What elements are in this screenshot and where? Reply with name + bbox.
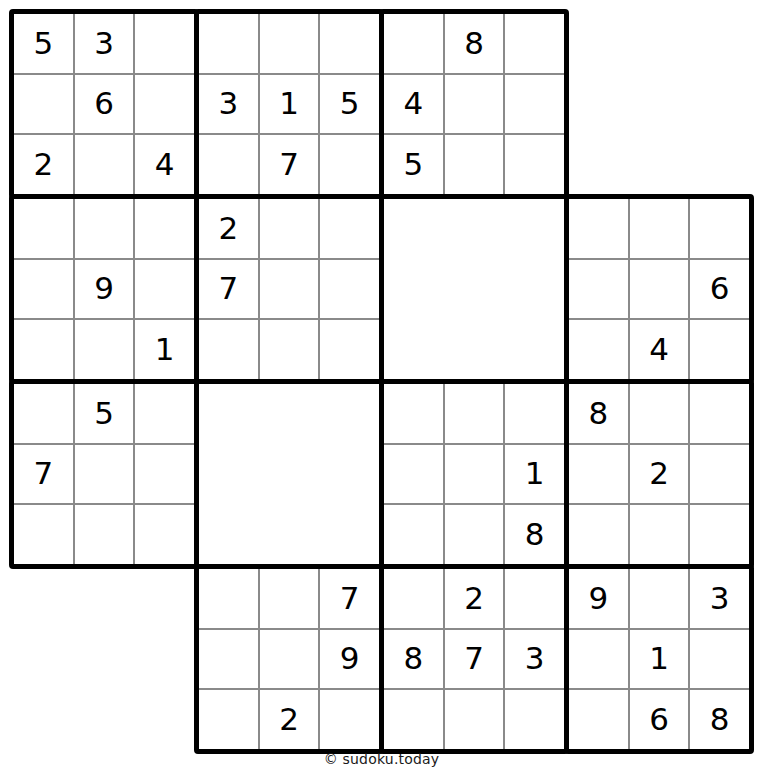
cell-r9c9: 8 <box>505 505 564 564</box>
cell-r12c6[interactable] <box>320 690 379 749</box>
cell-r12c5: 2 <box>260 690 319 749</box>
cell-r11c10[interactable] <box>569 630 628 689</box>
cell-r5c10[interactable] <box>569 260 628 319</box>
cell-r4c10[interactable] <box>569 199 628 258</box>
cell-r1c5[interactable] <box>260 14 319 73</box>
cell-r3c5: 7 <box>260 135 319 194</box>
cell-r7c7[interactable] <box>384 384 443 443</box>
box-r3c1: 57 <box>9 379 199 569</box>
cell-r2c4: 3 <box>199 75 258 134</box>
cell-r6c1[interactable] <box>14 320 73 379</box>
cell-r3c3: 4 <box>135 135 194 194</box>
cell-r10c6: 7 <box>320 569 379 628</box>
cell-r10c5[interactable] <box>260 569 319 628</box>
cell-r7c12[interactable] <box>690 384 749 443</box>
cell-r7c9[interactable] <box>505 384 564 443</box>
cell-r8c8[interactable] <box>445 445 504 504</box>
box-cells: 53624 <box>14 14 194 194</box>
box-cells: 845 <box>384 14 564 194</box>
cell-r8c3[interactable] <box>135 445 194 504</box>
cell-r9c7[interactable] <box>384 505 443 564</box>
cell-r2c1[interactable] <box>14 75 73 134</box>
cell-r10c7[interactable] <box>384 569 443 628</box>
cell-r4c5[interactable] <box>260 199 319 258</box>
cell-r3c4[interactable] <box>199 135 258 194</box>
cell-r9c1[interactable] <box>14 505 73 564</box>
box-cells: 64 <box>569 199 749 379</box>
cell-r7c10: 8 <box>569 384 628 443</box>
cell-r11c5[interactable] <box>260 630 319 689</box>
box-r4c4: 93168 <box>564 564 754 754</box>
cell-r12c10[interactable] <box>569 690 628 749</box>
cell-r8c9: 1 <box>505 445 564 504</box>
cell-r6c10[interactable] <box>569 320 628 379</box>
box-r2c4: 64 <box>564 194 754 384</box>
box-r4c2: 792 <box>194 564 384 754</box>
box-cells: 91 <box>14 199 194 379</box>
cell-r6c4[interactable] <box>199 320 258 379</box>
cell-r2c8[interactable] <box>445 75 504 134</box>
cell-r1c3[interactable] <box>135 14 194 73</box>
cell-r10c8: 2 <box>445 569 504 628</box>
box-r4c3: 2873 <box>379 564 569 754</box>
box-cells: 93168 <box>569 569 749 749</box>
cell-r2c5: 1 <box>260 75 319 134</box>
cell-r9c3[interactable] <box>135 505 194 564</box>
cell-r7c11[interactable] <box>630 384 689 443</box>
cell-r11c9: 3 <box>505 630 564 689</box>
cell-r1c4[interactable] <box>199 14 258 73</box>
cell-r11c12[interactable] <box>690 630 749 689</box>
cell-r3c8[interactable] <box>445 135 504 194</box>
cell-r10c11[interactable] <box>630 569 689 628</box>
cell-r8c1: 7 <box>14 445 73 504</box>
cell-r10c12: 3 <box>690 569 749 628</box>
cell-r11c7: 8 <box>384 630 443 689</box>
sudoku-board: 536243157845912764571882792287393168 <box>9 9 754 754</box>
cell-r12c8[interactable] <box>445 690 504 749</box>
cell-r6c11: 4 <box>630 320 689 379</box>
cell-r5c1[interactable] <box>14 260 73 319</box>
cell-r5c3[interactable] <box>135 260 194 319</box>
cell-r8c7[interactable] <box>384 445 443 504</box>
cell-r1c9[interactable] <box>505 14 564 73</box>
cell-r5c5[interactable] <box>260 260 319 319</box>
box-r3c4: 82 <box>564 379 754 569</box>
cell-r11c8: 7 <box>445 630 504 689</box>
cell-r4c2[interactable] <box>75 199 134 258</box>
cell-r9c12[interactable] <box>690 505 749 564</box>
cell-r3c7: 5 <box>384 135 443 194</box>
cell-r10c4[interactable] <box>199 569 258 628</box>
cell-r4c11[interactable] <box>630 199 689 258</box>
cell-r4c3[interactable] <box>135 199 194 258</box>
box-cells: 2873 <box>384 569 564 749</box>
hole-box-r2c3 <box>379 194 569 384</box>
cell-r1c2: 3 <box>75 14 134 73</box>
cell-r5c12: 6 <box>690 260 749 319</box>
cell-r3c6[interactable] <box>320 135 379 194</box>
cell-r5c11[interactable] <box>630 260 689 319</box>
copyright-text: © sudoku.today <box>9 751 754 767</box>
cell-r2c3[interactable] <box>135 75 194 134</box>
cell-r4c4: 2 <box>199 199 258 258</box>
box-r2c1: 91 <box>9 194 199 384</box>
box-r1c2: 3157 <box>194 9 384 199</box>
cell-r6c2[interactable] <box>75 320 134 379</box>
cell-r6c3: 1 <box>135 320 194 379</box>
cell-r4c1[interactable] <box>14 199 73 258</box>
cell-r12c11: 6 <box>630 690 689 749</box>
cell-r7c3[interactable] <box>135 384 194 443</box>
cell-r6c12[interactable] <box>690 320 749 379</box>
cell-r4c6[interactable] <box>320 199 379 258</box>
cell-r5c4: 7 <box>199 260 258 319</box>
box-cells: 57 <box>14 384 194 564</box>
cell-r9c10[interactable] <box>569 505 628 564</box>
box-cells: 27 <box>199 199 379 379</box>
cell-r3c1: 2 <box>14 135 73 194</box>
box-cells: 3157 <box>199 14 379 194</box>
box-cells: 792 <box>199 569 379 749</box>
cell-r3c9[interactable] <box>505 135 564 194</box>
cell-r1c7[interactable] <box>384 14 443 73</box>
box-r3c3: 18 <box>379 379 569 569</box>
hole-box-r3c2 <box>194 379 384 569</box>
cell-r6c6[interactable] <box>320 320 379 379</box>
cell-r11c4[interactable] <box>199 630 258 689</box>
cell-r11c11: 1 <box>630 630 689 689</box>
box-r1c1: 53624 <box>9 9 199 199</box>
cell-r8c12[interactable] <box>690 445 749 504</box>
cell-r2c6: 5 <box>320 75 379 134</box>
cell-r7c8[interactable] <box>445 384 504 443</box>
cell-r2c2: 6 <box>75 75 134 134</box>
cell-r9c2[interactable] <box>75 505 134 564</box>
cell-r4c12[interactable] <box>690 199 749 258</box>
cell-r8c11: 2 <box>630 445 689 504</box>
cell-r9c8[interactable] <box>445 505 504 564</box>
cell-r8c2[interactable] <box>75 445 134 504</box>
cell-r5c6[interactable] <box>320 260 379 319</box>
cell-r3c2[interactable] <box>75 135 134 194</box>
box-cells: 82 <box>569 384 749 564</box>
cell-r12c9[interactable] <box>505 690 564 749</box>
cell-r2c9[interactable] <box>505 75 564 134</box>
cell-r10c10: 9 <box>569 569 628 628</box>
cell-r12c12: 8 <box>690 690 749 749</box>
cell-r9c11[interactable] <box>630 505 689 564</box>
cell-r5c2: 9 <box>75 260 134 319</box>
cell-r1c8: 8 <box>445 14 504 73</box>
cell-r2c7: 4 <box>384 75 443 134</box>
cell-r10c9[interactable] <box>505 569 564 628</box>
cell-r12c4[interactable] <box>199 690 258 749</box>
cell-r1c6[interactable] <box>320 14 379 73</box>
cell-r8c10[interactable] <box>569 445 628 504</box>
cell-r12c7[interactable] <box>384 690 443 749</box>
box-cells: 18 <box>384 384 564 564</box>
cell-r6c5[interactable] <box>260 320 319 379</box>
cell-r7c1[interactable] <box>14 384 73 443</box>
box-r1c3: 845 <box>379 9 569 199</box>
cell-r7c2: 5 <box>75 384 134 443</box>
cell-r1c1: 5 <box>14 14 73 73</box>
cell-r11c6: 9 <box>320 630 379 689</box>
box-r2c2: 27 <box>194 194 384 384</box>
